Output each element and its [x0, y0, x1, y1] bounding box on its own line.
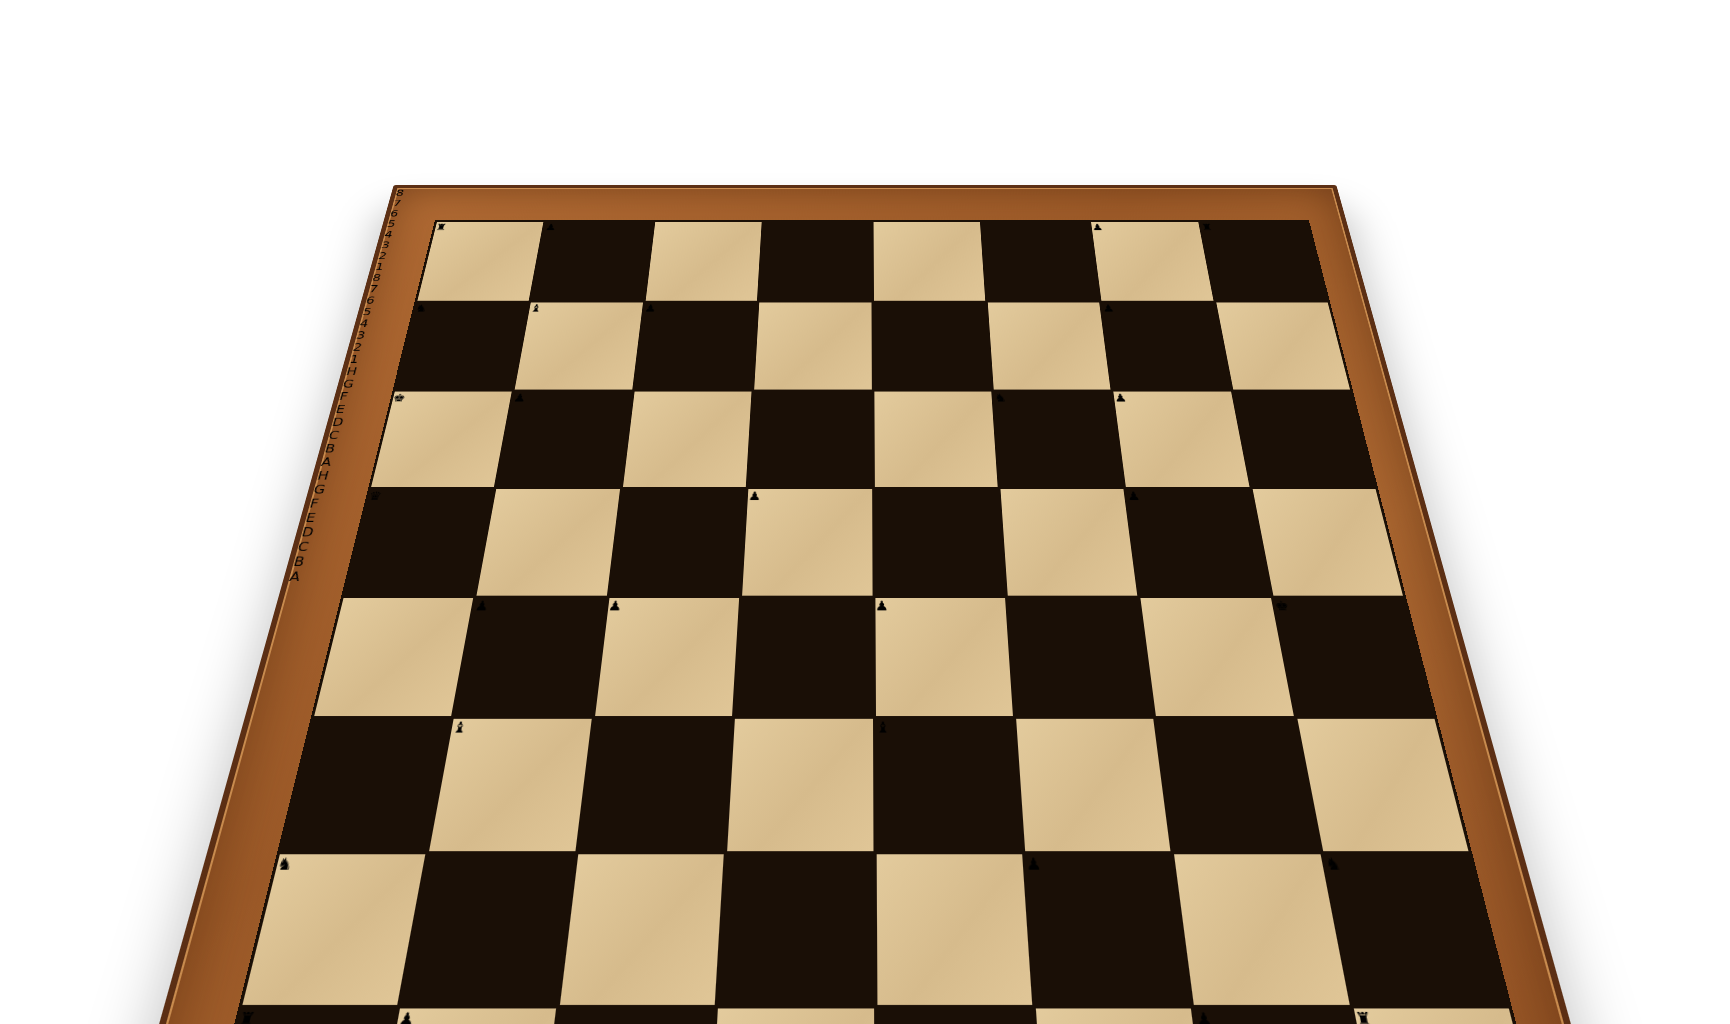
square-b6[interactable]: [560, 855, 724, 1005]
square-f4[interactable]: [874, 391, 998, 487]
piece-black-rook-a8[interactable]: ♜: [236, 1008, 258, 1024]
square-g4[interactable]: [874, 303, 992, 390]
board-scene: 87654321 87654321 HGFEDCBA HGFEDCBA ♜♟♟♜…: [245, 0, 1485, 1024]
folding-chessboard: 87654321 87654321 HGFEDCBA HGFEDCBA ♜♟♟♜…: [96, 185, 1633, 1024]
square-d7[interactable]: ♟: [455, 598, 607, 716]
piece-white-rook-h1[interactable]: ♜: [1200, 222, 1213, 233]
square-h8[interactable]: ♜: [417, 222, 543, 301]
piece-black-pawn-e5[interactable]: ♟: [748, 489, 762, 503]
piece-black-knight-g8[interactable]: ♞: [414, 303, 429, 315]
square-f6[interactable]: [623, 391, 752, 487]
square-f1[interactable]: [1233, 391, 1375, 487]
piece-white-knight-f3[interactable]: ♞: [994, 391, 1007, 404]
square-f7[interactable]: ♟: [497, 391, 632, 487]
square-h7[interactable]: ♟: [531, 222, 652, 301]
square-g7[interactable]: ♝: [515, 303, 643, 390]
square-a4[interactable]: [877, 1008, 1044, 1024]
square-g5[interactable]: [754, 303, 871, 390]
piece-black-pawn-h7[interactable]: ♟: [544, 222, 557, 233]
square-h4[interactable]: [873, 222, 985, 301]
square-h5[interactable]: [759, 222, 871, 301]
piece-white-pawn-e2[interactable]: ♟: [1126, 489, 1141, 503]
square-g1[interactable]: [1216, 303, 1350, 390]
square-d2[interactable]: [1141, 598, 1294, 716]
square-g6[interactable]: ♟: [635, 303, 757, 390]
square-b8[interactable]: ♞: [243, 855, 426, 1005]
piece-white-bishop-c4[interactable]: ♝: [876, 719, 891, 736]
piece-white-pawn-g2[interactable]: ♟: [1102, 303, 1115, 315]
piece-black-bishop-g7[interactable]: ♝: [529, 303, 543, 315]
piece-black-pawn-a7[interactable]: ♟: [396, 1008, 416, 1024]
square-c1[interactable]: [1297, 719, 1469, 852]
piece-white-pawn-a2[interactable]: ♟: [1194, 1008, 1213, 1024]
square-c7[interactable]: ♝: [429, 719, 591, 852]
square-h1[interactable]: ♜: [1200, 222, 1327, 301]
square-d6[interactable]: ♟: [595, 598, 739, 716]
piece-black-rook-h8[interactable]: ♜: [434, 222, 448, 233]
coord-label-top-8: 8: [395, 188, 1336, 198]
square-h6[interactable]: [645, 222, 761, 301]
piece-black-knight-b8[interactable]: ♞: [275, 855, 295, 875]
piece-black-pawn-d7[interactable]: ♟: [474, 598, 490, 614]
piece-white-king-d1[interactable]: ♚: [1273, 598, 1290, 614]
piece-white-rook-a1[interactable]: ♜: [1353, 1008, 1374, 1024]
square-f5[interactable]: [749, 391, 872, 487]
square-g3[interactable]: [988, 303, 1111, 390]
square-f8[interactable]: ♚: [371, 391, 512, 487]
square-c6[interactable]: [578, 719, 732, 852]
coord-label-top-6: 6: [389, 208, 1341, 218]
square-c4[interactable]: ♝: [876, 719, 1022, 852]
chessboard-photo: { "game": "chess", "scene": "overhead ph…: [0, 0, 1730, 1024]
square-f2[interactable]: ♟: [1114, 391, 1250, 487]
piece-black-pawn-g6[interactable]: ♟: [644, 303, 657, 315]
square-c2[interactable]: [1156, 719, 1319, 852]
piece-black-bishop-c7[interactable]: ♝: [451, 719, 469, 736]
piece-white-pawn-h2[interactable]: ♟: [1091, 222, 1104, 233]
piece-white-pawn-f2[interactable]: ♟: [1114, 391, 1128, 404]
square-c8[interactable]: [281, 719, 451, 852]
square-a7[interactable]: ♟: [369, 1008, 556, 1024]
square-g8[interactable]: ♞: [395, 303, 528, 390]
board-frame: 87654321 87654321 HGFEDCBA HGFEDCBA ♜♟♟♜…: [96, 185, 1633, 1024]
square-d8[interactable]: [314, 598, 473, 716]
piece-black-queen-e8[interactable]: ♛: [367, 489, 383, 503]
square-f3[interactable]: ♞: [994, 391, 1124, 487]
square-a5[interactable]: [708, 1008, 874, 1024]
piece-black-king-f8[interactable]: ♚: [392, 391, 407, 404]
piece-black-pawn-d6[interactable]: ♟: [607, 598, 622, 614]
square-d4[interactable]: ♟: [875, 598, 1013, 716]
square-g2[interactable]: ♟: [1102, 303, 1230, 390]
square-b3[interactable]: ♟: [1025, 855, 1190, 1005]
square-c3[interactable]: [1016, 719, 1171, 852]
square-a3[interactable]: [1036, 1008, 1214, 1024]
square-b7[interactable]: [401, 855, 575, 1005]
square-d5[interactable]: [735, 598, 872, 716]
square-a8[interactable]: ♜: [199, 1008, 397, 1024]
square-h2[interactable]: ♟: [1091, 222, 1213, 301]
square-d3[interactable]: [1008, 598, 1153, 716]
coord-label-top-7: 7: [392, 198, 1338, 208]
square-b4[interactable]: [876, 855, 1032, 1005]
square-b1[interactable]: ♞: [1323, 855, 1507, 1005]
piece-black-pawn-f7[interactable]: ♟: [512, 391, 527, 404]
square-h3[interactable]: [982, 222, 1099, 301]
square-d1[interactable]: ♚: [1273, 598, 1433, 716]
square-b5[interactable]: [718, 855, 873, 1005]
piece-white-pawn-d4[interactable]: ♟: [875, 598, 889, 614]
square-a6[interactable]: [538, 1008, 714, 1024]
square-b2[interactable]: [1174, 855, 1349, 1005]
piece-white-knight-b1[interactable]: ♞: [1323, 855, 1342, 875]
piece-white-pawn-b3[interactable]: ♟: [1025, 855, 1042, 875]
square-c5[interactable]: [727, 719, 873, 852]
square-a1[interactable]: ♜: [1353, 1008, 1552, 1024]
